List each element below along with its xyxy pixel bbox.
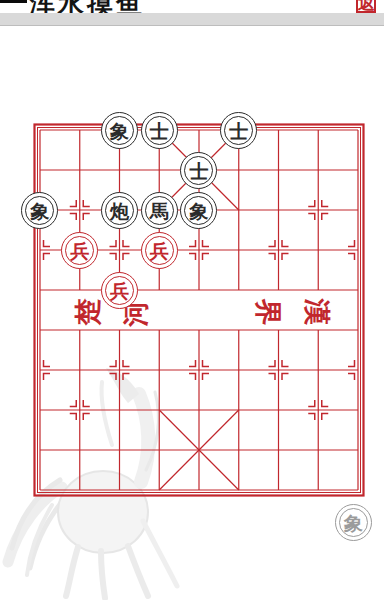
piece-glyph: 士 (229, 121, 248, 140)
piece-black-elephant[interactable]: 象 (101, 112, 138, 149)
piece-glyph: 炮 (110, 201, 129, 220)
piece-black-advisor[interactable]: 士 (220, 112, 257, 149)
level-title: 浑水摸鱼 (29, 0, 145, 13)
piece-black-elephant[interactable]: 象 (21, 192, 58, 229)
piece-red-pawn[interactable]: 兵 (141, 232, 178, 269)
piece-black-advisor[interactable]: 士 (180, 152, 217, 189)
piece-black-horse[interactable]: 馬 (141, 192, 178, 229)
back-button[interactable]: 返 (356, 0, 376, 13)
header-gray-band (0, 13, 384, 26)
piece-red-pawn[interactable]: 兵 (61, 232, 98, 269)
piece-black-elephant[interactable]: 象 (180, 192, 217, 229)
piece-black-cannon[interactable]: 炮 (101, 192, 138, 229)
piece-glyph: 兵 (150, 241, 169, 260)
piece-red-pawn[interactable]: 兵 (101, 272, 138, 309)
piece-glyph: 兵 (110, 281, 129, 300)
tray-piece-glyph: 象 (344, 514, 363, 533)
piece-glyph: 象 (110, 121, 129, 140)
piece-black-advisor[interactable]: 士 (141, 112, 178, 149)
piece-glyph: 兵 (70, 241, 89, 260)
top-left-black-segment (0, 0, 27, 3)
piece-grid: 象士士士象炮馬象兵兵兵 (20, 110, 378, 510)
piece-glyph: 象 (189, 201, 208, 220)
piece-glyph: 士 (150, 121, 169, 140)
piece-glyph: 士 (189, 161, 208, 180)
tray-piece-elephant[interactable]: 象 (335, 504, 372, 541)
piece-glyph: 馬 (150, 201, 169, 220)
header-bar: 浑水摸鱼 (0, 0, 384, 13)
piece-glyph: 象 (30, 201, 49, 220)
